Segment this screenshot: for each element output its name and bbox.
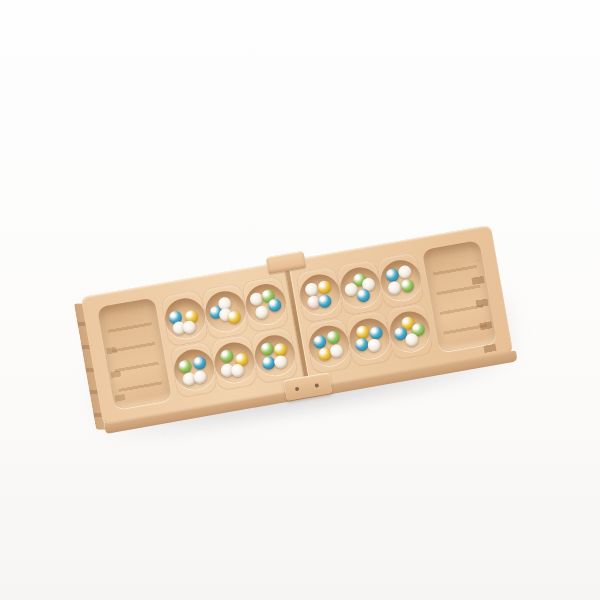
bead-white bbox=[273, 354, 288, 369]
bead-green bbox=[177, 359, 192, 374]
board-top-surface bbox=[81, 225, 513, 425]
pit-top-3[interactable] bbox=[241, 275, 290, 333]
photo-scene bbox=[0, 0, 600, 600]
bead-green bbox=[400, 278, 415, 293]
pit-bowl bbox=[337, 264, 383, 310]
bead-white bbox=[192, 369, 207, 384]
pit-bowl bbox=[202, 288, 248, 334]
bead-yellow bbox=[317, 279, 332, 294]
bead-white bbox=[254, 304, 269, 319]
bead-white bbox=[397, 264, 412, 279]
pit-top-6[interactable] bbox=[376, 251, 425, 309]
screw-icon bbox=[314, 383, 319, 388]
pit-bowl bbox=[251, 332, 297, 378]
right-store[interactable] bbox=[422, 240, 497, 352]
bead-green bbox=[219, 348, 234, 363]
pit-bowl bbox=[242, 281, 288, 327]
pit-bowl bbox=[377, 257, 423, 303]
mancala-board bbox=[81, 225, 513, 425]
pit-bowl bbox=[171, 346, 217, 392]
pit-bowl bbox=[161, 295, 207, 341]
screw-icon bbox=[295, 387, 300, 392]
bead-teal bbox=[192, 355, 207, 370]
pit-bowl bbox=[296, 271, 342, 317]
bead-green bbox=[260, 341, 275, 356]
bead-white bbox=[304, 281, 319, 296]
bead-green bbox=[326, 329, 341, 344]
bead-white bbox=[329, 343, 344, 358]
left-store[interactable] bbox=[97, 297, 172, 409]
pit-bowl bbox=[211, 339, 257, 385]
bead-white bbox=[387, 280, 402, 295]
bead-teal bbox=[317, 293, 332, 308]
bead-yellow bbox=[227, 309, 242, 324]
pit-bottom-6[interactable] bbox=[385, 302, 434, 360]
pit-bowl bbox=[346, 316, 392, 362]
pit-bowl bbox=[386, 308, 432, 354]
bead-teal bbox=[368, 325, 383, 340]
bead-teal bbox=[267, 297, 282, 312]
pit-bowl bbox=[305, 323, 351, 369]
bead-white bbox=[367, 337, 382, 352]
pit-bottom-3[interactable] bbox=[250, 326, 299, 384]
